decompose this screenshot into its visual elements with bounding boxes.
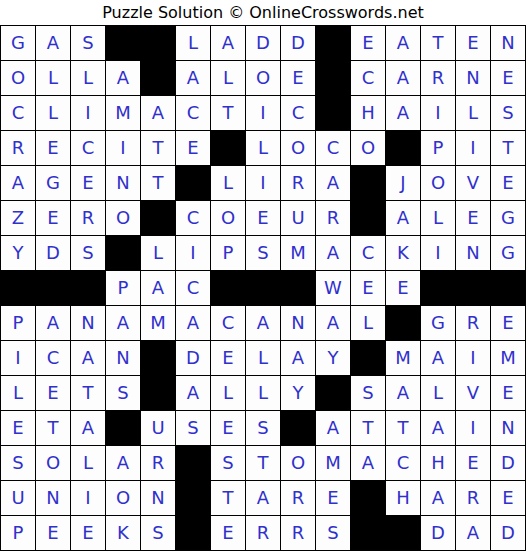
cell-r5c12: J [386, 166, 421, 201]
cell-r9c9: N [281, 306, 316, 341]
cell-r12c8: S [246, 411, 281, 446]
cell-r7c2: D [36, 236, 71, 271]
cell-r4c4: I [106, 131, 141, 166]
cell-r1c9: D [281, 26, 316, 61]
cell-r1c15: N [491, 26, 526, 61]
cell-r7c10: A [316, 236, 351, 271]
cell-r3c14: L [456, 96, 491, 131]
black-cell-r11c10 [316, 376, 351, 411]
cell-r9c4: A [106, 306, 141, 341]
black-cell-r8c7 [211, 271, 246, 306]
black-cell-r5c6 [176, 166, 211, 201]
cell-r10c6: D [176, 341, 211, 376]
cell-r6c3: R [71, 201, 106, 236]
cell-r4c13: P [421, 131, 456, 166]
cell-r6c7: O [211, 201, 246, 236]
cell-r3c6: C [176, 96, 211, 131]
cell-r10c9: A [281, 341, 316, 376]
cell-r12c2: T [36, 411, 71, 446]
cell-r2c3: L [71, 61, 106, 96]
cell-r1c3: S [71, 26, 106, 61]
cell-r15c5: S [141, 516, 176, 551]
cell-r2c2: L [36, 61, 71, 96]
black-cell-r8c14 [456, 271, 491, 306]
cell-r6c9: U [281, 201, 316, 236]
cell-r12c6: S [176, 411, 211, 446]
cell-r5c3: E [71, 166, 106, 201]
cell-r12c14: I [456, 411, 491, 446]
cell-r2c8: O [246, 61, 281, 96]
cell-r9c13: G [421, 306, 456, 341]
cell-r15c9: R [281, 516, 316, 551]
cell-r13c8: T [246, 446, 281, 481]
black-cell-r8c13 [421, 271, 456, 306]
black-cell-r5c11 [351, 166, 386, 201]
cell-r3c15: S [491, 96, 526, 131]
cell-r15c7: E [211, 516, 246, 551]
cell-r2c7: L [211, 61, 246, 96]
cell-r2c4: A [106, 61, 141, 96]
cell-r5c2: G [36, 166, 71, 201]
cell-r13c9: O [281, 446, 316, 481]
cell-r9c15: E [491, 306, 526, 341]
cell-r14c7: T [211, 481, 246, 516]
cell-r12c3: A [71, 411, 106, 446]
cell-r13c10: M [316, 446, 351, 481]
cell-r15c13: D [421, 516, 456, 551]
cell-r6c6: C [176, 201, 211, 236]
cell-r10c8: L [246, 341, 281, 376]
cell-r15c2: E [36, 516, 71, 551]
cell-r7c5: L [141, 236, 176, 271]
cell-r2c13: R [421, 61, 456, 96]
black-cell-r12c9 [281, 411, 316, 446]
cell-r11c8: L [246, 376, 281, 411]
black-cell-r8c8 [246, 271, 281, 306]
cell-r12c13: A [421, 411, 456, 446]
cell-r6c12: A [386, 201, 421, 236]
cell-r9c10: A [316, 306, 351, 341]
cell-r11c12: A [386, 376, 421, 411]
cell-r2c14: N [456, 61, 491, 96]
cell-r7c12: K [386, 236, 421, 271]
cell-r7c9: M [281, 236, 316, 271]
cell-r8c5: A [141, 271, 176, 306]
cell-r9c6: A [176, 306, 211, 341]
black-cell-r14c11 [351, 481, 386, 516]
cell-r15c1: P [1, 516, 36, 551]
cell-r1c7: A [211, 26, 246, 61]
cell-r5c9: R [281, 166, 316, 201]
cell-r4c8: L [246, 131, 281, 166]
cell-r4c14: I [456, 131, 491, 166]
black-cell-r9c12 [386, 306, 421, 341]
cell-r11c3: T [71, 376, 106, 411]
cell-r3c12: A [386, 96, 421, 131]
cell-r2c1: O [1, 61, 36, 96]
cell-r2c6: A [176, 61, 211, 96]
cell-r9c14: R [456, 306, 491, 341]
cell-r8c4: P [106, 271, 141, 306]
cell-r5c7: L [211, 166, 246, 201]
cell-r2c9: E [281, 61, 316, 96]
cell-r10c2: C [36, 341, 71, 376]
cell-r2c11: C [351, 61, 386, 96]
cell-r4c1: R [1, 131, 36, 166]
cell-r7c11: C [351, 236, 386, 271]
cell-r11c1: L [1, 376, 36, 411]
cell-r6c14: E [456, 201, 491, 236]
cell-r5c8: I [246, 166, 281, 201]
cell-r11c15: E [491, 376, 526, 411]
cell-r10c1: I [1, 341, 36, 376]
crossword-grid: GASLADDEATENOLLAALOECARNECLIMACTICHAILSR… [0, 25, 526, 551]
black-cell-r10c11 [351, 341, 386, 376]
cell-r11c14: V [456, 376, 491, 411]
cell-r5c10: A [316, 166, 351, 201]
cell-r14c12: H [386, 481, 421, 516]
cell-r14c1: U [1, 481, 36, 516]
cell-r13c14: E [456, 446, 491, 481]
cell-r12c10: A [316, 411, 351, 446]
cell-r14c8: A [246, 481, 281, 516]
cell-r13c11: A [351, 446, 386, 481]
cell-r4c3: C [71, 131, 106, 166]
black-cell-r14c6 [176, 481, 211, 516]
cell-r9c5: M [141, 306, 176, 341]
cell-r9c1: P [1, 306, 36, 341]
cell-r11c13: L [421, 376, 456, 411]
cell-r1c13: T [421, 26, 456, 61]
cell-r13c13: H [421, 446, 456, 481]
cell-r8c10: W [316, 271, 351, 306]
cell-r8c11: E [351, 271, 386, 306]
cell-r7c7: P [211, 236, 246, 271]
black-cell-r12c4 [106, 411, 141, 446]
cell-r11c9: Y [281, 376, 316, 411]
cell-r9c3: N [71, 306, 106, 341]
cell-r1c8: D [246, 26, 281, 61]
cell-r14c4: O [106, 481, 141, 516]
black-cell-r6c5 [141, 201, 176, 236]
cell-r12c1: E [1, 411, 36, 446]
cell-r12c5: U [141, 411, 176, 446]
black-cell-r4c12 [386, 131, 421, 166]
page-title: Puzzle Solution © OnlineCrosswords.net [102, 3, 424, 22]
cell-r12c15: N [491, 411, 526, 446]
cell-r14c10: E [316, 481, 351, 516]
black-cell-r1c10 [316, 26, 351, 61]
cell-r7c13: I [421, 236, 456, 271]
cell-r5c14: V [456, 166, 491, 201]
cell-r13c4: A [106, 446, 141, 481]
cell-r14c14: R [456, 481, 491, 516]
cell-r4c11: O [351, 131, 386, 166]
cell-r13c2: O [36, 446, 71, 481]
cell-r4c5: T [141, 131, 176, 166]
cell-r3c11: H [351, 96, 386, 131]
black-cell-r8c3 [71, 271, 106, 306]
cell-r7c3: S [71, 236, 106, 271]
cell-r10c10: Y [316, 341, 351, 376]
cell-r4c10: C [316, 131, 351, 166]
black-cell-r7c4 [106, 236, 141, 271]
cell-r15c10: S [316, 516, 351, 551]
cell-r4c6: E [176, 131, 211, 166]
cell-r6c1: Z [1, 201, 36, 236]
cell-r3c9: C [281, 96, 316, 131]
cell-r7c15: G [491, 236, 526, 271]
cell-r10c14: I [456, 341, 491, 376]
cell-r14c15: E [491, 481, 526, 516]
cell-r6c15: G [491, 201, 526, 236]
cell-r11c2: E [36, 376, 71, 411]
cell-r9c2: A [36, 306, 71, 341]
cell-r9c11: L [351, 306, 386, 341]
cell-r2c15: E [491, 61, 526, 96]
cell-r10c4: N [106, 341, 141, 376]
cell-r13c15: D [491, 446, 526, 481]
cell-r5c4: N [106, 166, 141, 201]
black-cell-r13c6 [176, 446, 211, 481]
cell-r8c6: C [176, 271, 211, 306]
cell-r3c1: C [1, 96, 36, 131]
cell-r3c4: M [106, 96, 141, 131]
cell-r14c13: A [421, 481, 456, 516]
cell-r3c13: I [421, 96, 456, 131]
cell-r10c3: A [71, 341, 106, 376]
cell-r15c8: R [246, 516, 281, 551]
cell-r11c11: S [351, 376, 386, 411]
cell-r15c3: E [71, 516, 106, 551]
black-cell-r6c11 [351, 201, 386, 236]
cell-r13c1: S [1, 446, 36, 481]
cell-r1c2: A [36, 26, 71, 61]
black-cell-r2c10 [316, 61, 351, 96]
cell-r10c7: E [211, 341, 246, 376]
cell-r3c5: A [141, 96, 176, 131]
black-cell-r15c6 [176, 516, 211, 551]
black-cell-r15c11 [351, 516, 386, 551]
cell-r8c12: E [386, 271, 421, 306]
cell-r13c7: S [211, 446, 246, 481]
black-cell-r8c9 [281, 271, 316, 306]
cell-r7c1: Y [1, 236, 36, 271]
cell-r3c2: L [36, 96, 71, 131]
cell-r6c13: L [421, 201, 456, 236]
black-cell-r4c7 [211, 131, 246, 166]
black-cell-r3c10 [316, 96, 351, 131]
cell-r14c2: N [36, 481, 71, 516]
cell-r6c8: E [246, 201, 281, 236]
cell-r14c3: I [71, 481, 106, 516]
cell-r11c7: L [211, 376, 246, 411]
cell-r1c14: E [456, 26, 491, 61]
cell-r5c15: E [491, 166, 526, 201]
cell-r15c15: D [491, 516, 526, 551]
cell-r1c6: L [176, 26, 211, 61]
cell-r3c8: I [246, 96, 281, 131]
cell-r7c8: S [246, 236, 281, 271]
black-cell-r8c15 [491, 271, 526, 306]
cell-r7c14: N [456, 236, 491, 271]
cell-r3c3: I [71, 96, 106, 131]
black-cell-r8c2 [36, 271, 71, 306]
cell-r12c11: T [351, 411, 386, 446]
cell-r1c1: G [1, 26, 36, 61]
cell-r1c11: E [351, 26, 386, 61]
cell-r10c13: A [421, 341, 456, 376]
cell-r12c7: E [211, 411, 246, 446]
black-cell-r11c5 [141, 376, 176, 411]
cell-r5c13: O [421, 166, 456, 201]
cell-r6c4: O [106, 201, 141, 236]
cell-r11c6: A [176, 376, 211, 411]
cell-r10c15: M [491, 341, 526, 376]
cell-r15c4: K [106, 516, 141, 551]
cell-r9c8: A [246, 306, 281, 341]
cell-r6c10: R [316, 201, 351, 236]
cell-r1c12: A [386, 26, 421, 61]
black-cell-r10c5 [141, 341, 176, 376]
cell-r2c12: A [386, 61, 421, 96]
cell-r5c5: T [141, 166, 176, 201]
cell-r15c14: A [456, 516, 491, 551]
cell-r4c15: T [491, 131, 526, 166]
cell-r10c12: M [386, 341, 421, 376]
cell-r13c5: R [141, 446, 176, 481]
cell-r14c5: N [141, 481, 176, 516]
cell-r12c12: T [386, 411, 421, 446]
cell-r4c2: E [36, 131, 71, 166]
cell-r7c6: I [176, 236, 211, 271]
cell-r6c2: E [36, 201, 71, 236]
cell-r13c3: L [71, 446, 106, 481]
black-cell-r15c12 [386, 516, 421, 551]
black-cell-r1c4 [106, 26, 141, 61]
cell-r13c12: C [386, 446, 421, 481]
cell-r9c7: C [211, 306, 246, 341]
black-cell-r2c5 [141, 61, 176, 96]
cell-r11c4: S [106, 376, 141, 411]
cell-r14c9: R [281, 481, 316, 516]
black-cell-r8c1 [1, 271, 36, 306]
black-cell-r1c5 [141, 26, 176, 61]
title-bar: Puzzle Solution © OnlineCrosswords.net [0, 0, 526, 25]
cell-r5c1: A [1, 166, 36, 201]
cell-r3c7: T [211, 96, 246, 131]
cell-r4c9: O [281, 131, 316, 166]
